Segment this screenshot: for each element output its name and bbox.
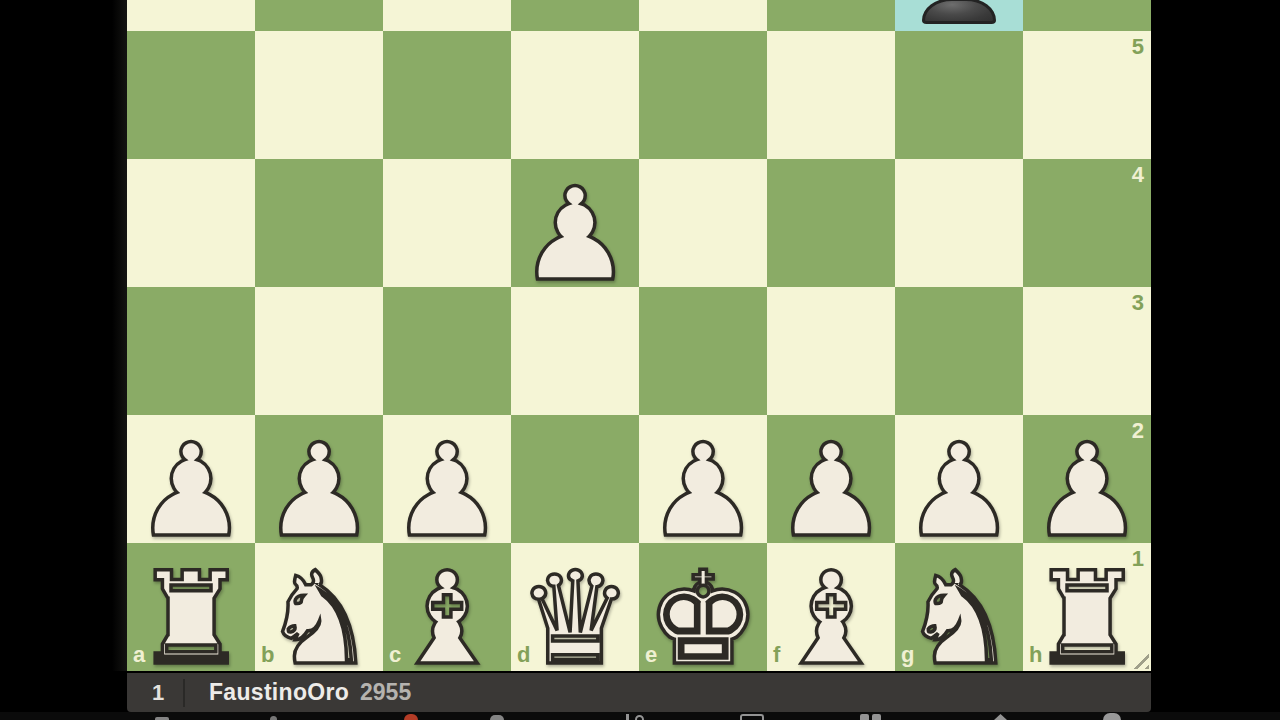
white-pawn-icon: ♟: [1030, 427, 1145, 555]
white-pawn[interactable]: ♟: [895, 415, 1023, 543]
square-d1[interactable]: d♛: [511, 543, 639, 671]
square-d4[interactable]: ♟: [511, 159, 639, 287]
player-rating: 2955: [360, 679, 411, 706]
white-pawn[interactable]: ♟: [255, 415, 383, 543]
square-h4[interactable]: 4: [1023, 159, 1151, 287]
white-knight-icon: ♞: [262, 555, 377, 671]
bottom-toolbar: [0, 712, 1280, 720]
square-b1[interactable]: b♞: [255, 543, 383, 671]
square-g3[interactable]: [895, 287, 1023, 415]
square-h1[interactable]: h1♜: [1023, 543, 1151, 671]
white-pawn-icon: ♟: [774, 427, 889, 555]
rank-label-4: 4: [1132, 164, 1144, 186]
white-knight[interactable]: ♞: [255, 543, 383, 671]
white-queen-icon: ♛: [518, 555, 633, 671]
black-pawn-partial[interactable]: [922, 0, 996, 24]
white-pawn-icon: ♟: [518, 171, 633, 299]
white-pawn-icon: ♟: [390, 427, 505, 555]
player-bar: 1 FaustinoOro 2955: [127, 673, 1151, 712]
square-c6[interactable]: [383, 0, 511, 31]
square-h5[interactable]: 5: [1023, 31, 1151, 159]
white-bishop[interactable]: ♝: [383, 543, 511, 671]
toolbar-icon-fragment-red-dome[interactable]: [404, 714, 418, 720]
white-bishop-icon: ♝: [774, 555, 889, 671]
square-a1[interactable]: a♜: [127, 543, 255, 671]
square-e6[interactable]: [639, 0, 767, 31]
square-d5[interactable]: [511, 31, 639, 159]
square-e5[interactable]: [639, 31, 767, 159]
square-a5[interactable]: [127, 31, 255, 159]
white-pawn[interactable]: ♟: [1023, 415, 1151, 543]
square-c5[interactable]: [383, 31, 511, 159]
white-pawn-icon: ♟: [134, 427, 249, 555]
square-g1[interactable]: g♞: [895, 543, 1023, 671]
white-pawn[interactable]: ♟: [767, 415, 895, 543]
white-knight-icon: ♞: [902, 555, 1017, 671]
square-a2[interactable]: ♟: [127, 415, 255, 543]
white-pawn-icon: ♟: [646, 427, 761, 555]
square-b2[interactable]: ♟: [255, 415, 383, 543]
square-b6[interactable]: [255, 0, 383, 31]
square-e2[interactable]: ♟: [639, 415, 767, 543]
square-f3[interactable]: [767, 287, 895, 415]
rank-label-5: 5: [1132, 36, 1144, 58]
square-g4[interactable]: [895, 159, 1023, 287]
white-pawn-icon: ♟: [262, 427, 377, 555]
white-rook[interactable]: ♜: [127, 543, 255, 671]
square-f1[interactable]: f♝: [767, 543, 895, 671]
toolbar-icon-fragment-dome-big[interactable]: [1103, 713, 1121, 720]
toolbar-icon-fragment-triangle[interactable]: [994, 714, 1007, 720]
white-bishop-icon: ♝: [390, 555, 505, 671]
square-b4[interactable]: [255, 159, 383, 287]
white-knight[interactable]: ♞: [895, 543, 1023, 671]
letterbox-edge: [112, 0, 127, 671]
square-a6[interactable]: [127, 0, 255, 31]
square-b5[interactable]: [255, 31, 383, 159]
white-pawn[interactable]: ♟: [383, 415, 511, 543]
square-g5[interactable]: [895, 31, 1023, 159]
square-h2[interactable]: 2♟: [1023, 415, 1151, 543]
board-number: 1: [141, 680, 175, 706]
rank-label-3: 3: [1132, 292, 1144, 314]
toolbar-icon-fragment-dot[interactable]: [270, 716, 277, 720]
square-g6[interactable]: [895, 0, 1023, 31]
square-a4[interactable]: [127, 159, 255, 287]
square-a3[interactable]: [127, 287, 255, 415]
board-grid: 8765♟43♟♟♟♟♟♟2♟a♜b♞c♝d♛e♚f♝g♞h1♜: [127, 0, 1151, 671]
white-rook-icon: ♜: [134, 555, 249, 671]
player-name: FaustinoOro: [209, 679, 349, 706]
square-h6[interactable]: 6: [1023, 0, 1151, 31]
square-e4[interactable]: [639, 159, 767, 287]
square-h3[interactable]: 3: [1023, 287, 1151, 415]
white-pawn[interactable]: ♟: [127, 415, 255, 543]
white-queen[interactable]: ♛: [511, 543, 639, 671]
toolbar-icon-fragment-rect[interactable]: [740, 714, 764, 720]
square-c1[interactable]: c♝: [383, 543, 511, 671]
square-f4[interactable]: [767, 159, 895, 287]
toolbar-icon-fragment-double-square[interactable]: [860, 714, 881, 720]
white-bishop[interactable]: ♝: [767, 543, 895, 671]
video-frame: 8765♟43♟♟♟♟♟♟2♟a♜b♞c♝d♛e♚f♝g♞h1♜ 1 Faust…: [0, 0, 1280, 720]
square-f6[interactable]: [767, 0, 895, 31]
white-king[interactable]: ♚: [639, 543, 767, 671]
square-b3[interactable]: [255, 287, 383, 415]
white-pawn-icon: ♟: [902, 427, 1017, 555]
white-pawn[interactable]: ♟: [511, 159, 639, 287]
white-king-icon: ♚: [646, 555, 761, 671]
square-c4[interactable]: [383, 159, 511, 287]
square-f2[interactable]: ♟: [767, 415, 895, 543]
square-e1[interactable]: e♚: [639, 543, 767, 671]
white-rook[interactable]: ♜: [1023, 543, 1151, 671]
player-bar-divider: [183, 679, 185, 707]
white-pawn[interactable]: ♟: [639, 415, 767, 543]
white-rook-icon: ♜: [1030, 555, 1145, 671]
square-d6[interactable]: [511, 0, 639, 31]
square-g2[interactable]: ♟: [895, 415, 1023, 543]
square-c3[interactable]: [383, 287, 511, 415]
square-e3[interactable]: [639, 287, 767, 415]
square-f5[interactable]: [767, 31, 895, 159]
toolbar-icon-fragment-dome[interactable]: [490, 715, 504, 720]
toolbar-icon-fragment-bar-ring[interactable]: [626, 714, 644, 720]
chess-board[interactable]: 8765♟43♟♟♟♟♟♟2♟a♜b♞c♝d♛e♚f♝g♞h1♜: [127, 0, 1151, 671]
square-c2[interactable]: ♟: [383, 415, 511, 543]
square-d2[interactable]: [511, 415, 639, 543]
